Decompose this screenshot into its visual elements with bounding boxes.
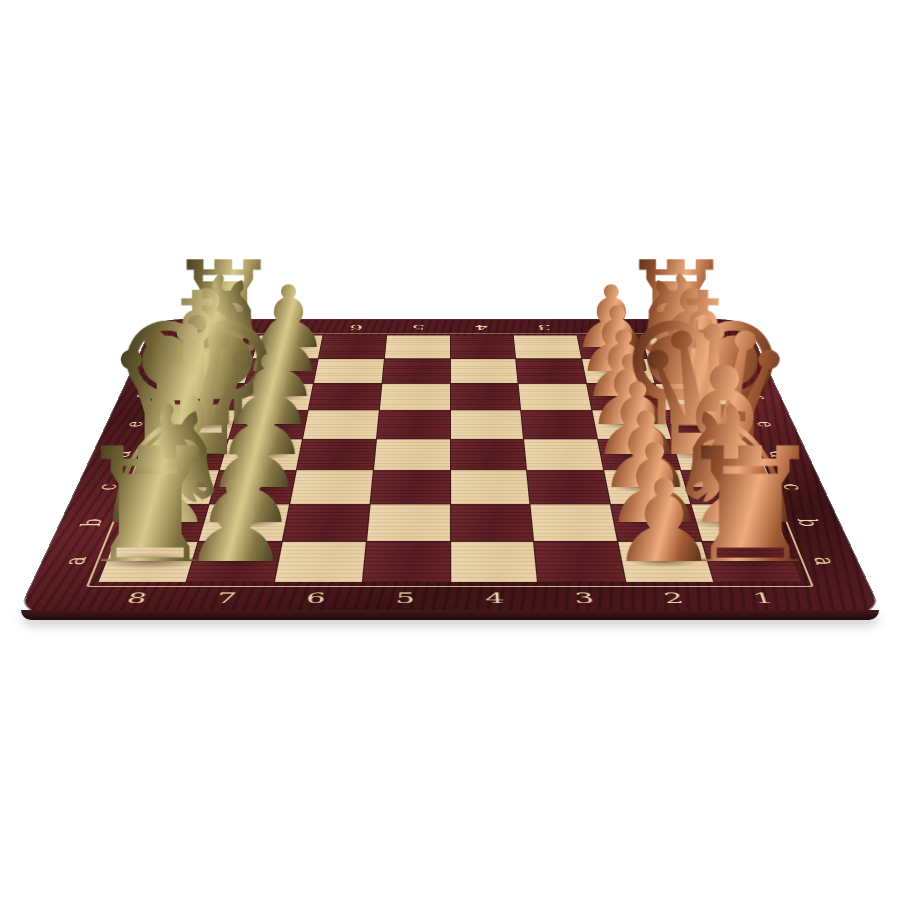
pawn-glyph: ♟ bbox=[601, 429, 709, 549]
pawn-glyph: ♟ bbox=[574, 294, 662, 392]
pawn-glyph: ♟ bbox=[222, 342, 317, 448]
copper-pawn-g2: ♟ bbox=[540, 162, 695, 371]
coord-label-rank-1: 1 bbox=[636, 319, 704, 335]
copper-pawn-e2: ♟ bbox=[547, 199, 714, 424]
pawn-glyph: ♟ bbox=[608, 463, 721, 589]
pawn-glyph: ♟ bbox=[191, 429, 299, 549]
pawn-glyph: ♟ bbox=[583, 342, 678, 448]
rook-glyph: ♜ bbox=[617, 244, 735, 376]
coord-label-rank-6: 6 bbox=[323, 319, 388, 335]
board-front-edge bbox=[21, 610, 879, 620]
coord-label-rank-2: 2 bbox=[574, 319, 641, 335]
pawn-glyph: ♟ bbox=[212, 368, 311, 478]
coord-labels-far-ranks: 87654321 bbox=[196, 319, 704, 335]
pawn-glyph: ♟ bbox=[589, 368, 688, 478]
brass-pawn-d7: ♟ bbox=[175, 220, 348, 455]
brass-pawn-g7: ♟ bbox=[205, 162, 360, 371]
copper-pawn-d2: ♟ bbox=[551, 220, 724, 455]
coord-label-rank-5: 5 bbox=[386, 319, 450, 335]
coord-label-file-f: f bbox=[716, 387, 794, 407]
rook-glyph: ♜ bbox=[71, 425, 227, 599]
copper-rook-h1: ♜ bbox=[602, 145, 751, 347]
brass-pawn-f7: ♟ bbox=[196, 180, 356, 397]
chess-board: 87654321 87654321 abcdefgh abcdefgh ♜♞♝♛… bbox=[18, 319, 883, 614]
pawn-glyph: ♟ bbox=[179, 463, 292, 589]
coord-label-file-g: g bbox=[706, 362, 781, 380]
brass-pawn-h7: ♟ bbox=[214, 145, 363, 347]
coord-label-rank-8: 8 bbox=[196, 319, 264, 335]
pawn-glyph: ♟ bbox=[595, 397, 698, 512]
coord-label-file-h: h bbox=[131, 338, 203, 355]
coord-label-file-f: f bbox=[106, 387, 184, 407]
product-photo-scene: 87654321 87654321 abcdefgh abcdefgh ♜♞♝♛… bbox=[0, 0, 900, 900]
coord-label-file-g: g bbox=[119, 362, 194, 380]
brass-pawn-e7: ♟ bbox=[186, 199, 353, 424]
rook-glyph: ♜ bbox=[165, 244, 283, 376]
copper-pawn-f2: ♟ bbox=[544, 180, 704, 397]
coord-label-rank-7: 7 bbox=[259, 319, 326, 335]
rook-glyph: ♜ bbox=[672, 425, 828, 599]
brass-rook-h8: ♜ bbox=[149, 145, 298, 347]
pawn-glyph: ♟ bbox=[238, 294, 326, 392]
pawn-glyph: ♟ bbox=[202, 397, 305, 512]
coord-label-file-e: e bbox=[92, 414, 174, 436]
coord-label-file-h: h bbox=[697, 338, 769, 355]
copper-pawn-h2: ♟ bbox=[537, 145, 686, 347]
coord-label-file-e: e bbox=[726, 414, 808, 436]
coord-label-rank-4: 4 bbox=[450, 319, 514, 335]
coord-label-rank-3: 3 bbox=[512, 319, 577, 335]
